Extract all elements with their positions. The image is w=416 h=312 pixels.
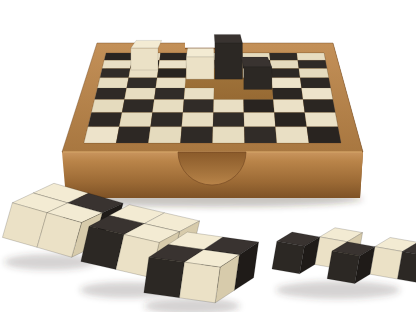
board-cell-r7c1[interactable] xyxy=(88,112,122,126)
board-cell-r4c7[interactable] xyxy=(272,78,302,88)
board-cell-r3c7[interactable] xyxy=(271,69,300,78)
cube-front-face xyxy=(131,48,158,70)
board-cell-r6c7[interactable] xyxy=(273,100,305,113)
cube-front-face xyxy=(327,251,359,283)
board-cell-r1c1[interactable] xyxy=(104,53,133,60)
board-cell-r7c6[interactable] xyxy=(244,112,276,126)
board-cell-r5c2[interactable] xyxy=(124,88,155,100)
board-cell-r4c8[interactable] xyxy=(300,78,331,88)
cube-top-face xyxy=(186,48,214,57)
board-cell-r8c5[interactable] xyxy=(213,127,245,143)
board-cell-r3c8[interactable] xyxy=(299,69,329,78)
puzzle-photo xyxy=(0,0,416,312)
board-cell-r2c1[interactable] xyxy=(102,60,132,68)
board-cell-r7c8[interactable] xyxy=(305,112,338,126)
cube-top-face xyxy=(131,40,162,48)
piece-shadow xyxy=(276,281,400,299)
board-cell-r3c3[interactable] xyxy=(157,69,186,78)
raised-cube-b-r4c6[interactable] xyxy=(241,57,272,89)
cube-front-face xyxy=(370,247,402,279)
cube-front-face xyxy=(179,262,220,303)
board-cell-r2c3[interactable] xyxy=(158,60,187,68)
board-cell-r8c3[interactable] xyxy=(148,127,181,143)
board-cell-r5c3[interactable] xyxy=(154,88,185,100)
board-cell-r8c8[interactable] xyxy=(307,127,341,143)
board-cell-r1c3[interactable] xyxy=(160,53,188,60)
board-cell-r8c2[interactable] xyxy=(116,127,150,143)
board-cell-r4c1[interactable] xyxy=(98,78,129,88)
board-cell-r8c1[interactable] xyxy=(84,127,119,143)
board-cell-r5c8[interactable] xyxy=(302,88,333,100)
cube-front-face xyxy=(186,57,214,79)
board-cell-r5c1[interactable] xyxy=(95,88,127,100)
board-cell-r7c5[interactable] xyxy=(213,112,244,126)
cube-front-face xyxy=(144,257,185,298)
board-cell-r4c3[interactable] xyxy=(156,78,186,88)
board-cell-r6c2[interactable] xyxy=(122,100,154,113)
board-cell-r6c6[interactable] xyxy=(244,100,275,113)
board-cell-r4c2[interactable] xyxy=(127,78,158,88)
raised-cube-w-r2c2[interactable] xyxy=(131,40,162,70)
board-cell-r5c4[interactable] xyxy=(184,88,214,100)
piece-cube-b xyxy=(272,230,320,276)
board-cell-r7c4[interactable] xyxy=(182,112,214,126)
board-cell-r6c3[interactable] xyxy=(152,100,184,113)
piece-shadow xyxy=(144,298,240,312)
board-cell-r6c1[interactable] xyxy=(92,100,125,113)
board-cell-r7c2[interactable] xyxy=(119,112,152,126)
board-cell-r2c7[interactable] xyxy=(270,60,299,68)
board-cell-r8c7[interactable] xyxy=(275,127,309,143)
board-cell-r8c6[interactable] xyxy=(244,127,277,143)
board-cell-r7c7[interactable] xyxy=(274,112,306,126)
scene-svg xyxy=(0,0,416,312)
board-cell-r6c5[interactable] xyxy=(213,100,243,113)
cube-top-face xyxy=(214,34,242,43)
board-cell-r3c1[interactable] xyxy=(100,69,130,78)
board-cell-r1c7[interactable] xyxy=(270,53,298,60)
cube-front-face xyxy=(272,241,304,273)
board-cell-r5c7[interactable] xyxy=(272,88,303,100)
board-cell-r8c4[interactable] xyxy=(180,127,213,143)
raised-cube-w-r3c4[interactable] xyxy=(186,48,214,79)
cube-top-face xyxy=(241,57,272,67)
raised-cube-b-r3c5[interactable] xyxy=(214,34,242,79)
board-cell-r6c8[interactable] xyxy=(303,100,335,113)
board-cell-r6c4[interactable] xyxy=(183,100,214,113)
board-cell-r2c8[interactable] xyxy=(298,60,327,68)
board-cell-r1c8[interactable] xyxy=(297,53,326,60)
cube-front-face xyxy=(215,43,243,79)
board-cell-r7c3[interactable] xyxy=(151,112,183,126)
cube-front-face xyxy=(244,67,272,90)
